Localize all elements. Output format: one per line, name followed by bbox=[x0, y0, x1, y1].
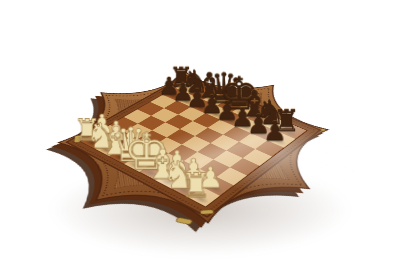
photo-scene: ♜♞♝♛♚♝♞♜♟♟♟♟♟♟♟♟♟♟♟♟♟♟♟♟♜♞♝♛♚♝♞♜ bbox=[0, 0, 400, 267]
piece-black-pawn[interactable]: ♟ bbox=[263, 117, 287, 143]
product-photo: ♜♞♝♛♚♝♞♜♟♟♟♟♟♟♟♟♟♟♟♟♟♟♟♟♜♞♝♛♚♝♞♜ bbox=[0, 0, 400, 267]
piece-white-rook[interactable]: ♜ bbox=[181, 168, 212, 202]
